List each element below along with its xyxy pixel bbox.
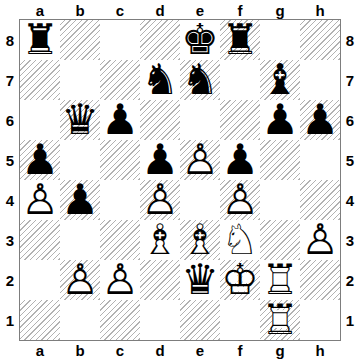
rank-label-3: 3 [0, 220, 20, 260]
square-h2[interactable] [300, 260, 340, 300]
square-b2[interactable]: ♟♙ [60, 260, 100, 300]
square-d3[interactable]: ♝♗ [140, 220, 180, 260]
file-labels-top: abcdefgh [20, 0, 340, 20]
piece-black-queen[interactable]: ♛ [180, 260, 220, 300]
square-h8[interactable] [300, 20, 340, 60]
square-c1[interactable] [100, 300, 140, 340]
rank-label-1: 1 [0, 300, 20, 340]
file-label-d: d [140, 340, 180, 360]
rank-label-5: 5 [0, 140, 20, 180]
piece-white-pawn[interactable]: ♟♙ [100, 260, 140, 300]
square-c3[interactable] [100, 220, 140, 260]
piece-glyph: ♜ [221, 19, 259, 61]
rank-label-8: 8 [0, 20, 20, 60]
piece-glyph: ♛ [181, 259, 219, 301]
square-b6[interactable]: ♛ [60, 100, 100, 140]
square-f4[interactable]: ♟♙ [220, 180, 260, 220]
rank-label-7: 7 [340, 60, 360, 100]
square-a6[interactable] [20, 100, 60, 140]
square-e5[interactable]: ♟♙ [180, 140, 220, 180]
square-g7[interactable]: ♝ [260, 60, 300, 100]
square-h5[interactable] [300, 140, 340, 180]
file-label-f: f [220, 340, 260, 360]
square-h3[interactable]: ♟♙ [300, 220, 340, 260]
piece-white-pawn[interactable]: ♟♙ [20, 180, 60, 220]
piece-glyph: ♟ [101, 99, 139, 141]
square-h6[interactable]: ♟ [300, 100, 340, 140]
square-g8[interactable] [260, 20, 300, 60]
file-label-h: h [300, 0, 340, 20]
piece-black-pawn[interactable]: ♟ [100, 100, 140, 140]
file-labels-bottom: abcdefgh [20, 340, 340, 360]
rank-label-3: 3 [340, 220, 360, 260]
square-d6[interactable] [140, 100, 180, 140]
square-f8[interactable]: ♜ [220, 20, 260, 60]
piece-glyph: ♟ [301, 99, 339, 141]
square-c7[interactable] [100, 60, 140, 100]
piece-glyph: ♖ [261, 299, 299, 341]
square-c8[interactable] [100, 20, 140, 60]
square-c6[interactable]: ♟ [100, 100, 140, 140]
piece-black-knight[interactable]: ♞ [180, 60, 220, 100]
piece-white-rook[interactable]: ♜♖ [260, 260, 300, 300]
square-b5[interactable] [60, 140, 100, 180]
square-b4[interactable]: ♟ [60, 180, 100, 220]
square-e8[interactable]: ♚ [180, 20, 220, 60]
square-f5[interactable]: ♟ [220, 140, 260, 180]
piece-glyph: ♗ [141, 219, 179, 261]
piece-white-bishop[interactable]: ♝♗ [180, 220, 220, 260]
square-a2[interactable] [20, 260, 60, 300]
rank-label-8: 8 [340, 20, 360, 60]
piece-glyph: ♙ [21, 179, 59, 221]
file-label-d: d [140, 0, 180, 20]
square-f3[interactable]: ♞♘ [220, 220, 260, 260]
file-label-b: b [60, 340, 100, 360]
piece-white-knight[interactable]: ♞♘ [220, 220, 260, 260]
square-f1[interactable] [220, 300, 260, 340]
square-e6[interactable] [180, 100, 220, 140]
square-d2[interactable] [140, 260, 180, 300]
rank-label-6: 6 [0, 100, 20, 140]
square-d1[interactable] [140, 300, 180, 340]
file-label-g: g [260, 340, 300, 360]
square-b8[interactable] [60, 20, 100, 60]
square-a4[interactable]: ♟♙ [20, 180, 60, 220]
file-label-c: c [100, 340, 140, 360]
square-a3[interactable] [20, 220, 60, 260]
file-label-c: c [100, 0, 140, 20]
rank-label-5: 5 [340, 140, 360, 180]
rank-label-7: 7 [0, 60, 20, 100]
piece-glyph: ♞ [181, 59, 219, 101]
rank-label-1: 1 [340, 300, 360, 340]
square-d8[interactable] [140, 20, 180, 60]
square-a7[interactable] [20, 60, 60, 100]
square-h4[interactable] [300, 180, 340, 220]
piece-black-rook[interactable]: ♜ [20, 20, 60, 60]
piece-glyph: ♜ [21, 19, 59, 61]
piece-black-pawn[interactable]: ♟ [20, 140, 60, 180]
piece-black-queen[interactable]: ♛ [60, 100, 100, 140]
square-b1[interactable] [60, 300, 100, 340]
rank-label-4: 4 [340, 180, 360, 220]
piece-white-pawn[interactable]: ♟♙ [180, 140, 220, 180]
file-label-g: g [260, 0, 300, 20]
piece-white-rook[interactable]: ♜♖ [260, 300, 300, 340]
piece-white-pawn[interactable]: ♟♙ [60, 260, 100, 300]
rank-label-2: 2 [340, 260, 360, 300]
square-a1[interactable] [20, 300, 60, 340]
file-label-e: e [180, 340, 220, 360]
chess-diagram: abcdefgh 87654321 ♜♚♜♞♞♝♛♟♟♟♟♟♟♙♟♟♙♟♟♙♟♙… [0, 0, 360, 360]
square-g2[interactable]: ♜♖ [260, 260, 300, 300]
square-e2[interactable]: ♛ [180, 260, 220, 300]
rank-labels-right: 87654321 [340, 20, 360, 340]
square-g3[interactable] [260, 220, 300, 260]
square-a8[interactable]: ♜ [20, 20, 60, 60]
piece-black-pawn[interactable]: ♟ [60, 180, 100, 220]
rank-label-4: 4 [0, 180, 20, 220]
piece-white-king[interactable]: ♚♔ [220, 260, 260, 300]
square-f7[interactable] [220, 60, 260, 100]
square-c4[interactable] [100, 180, 140, 220]
piece-white-pawn[interactable]: ♟♙ [220, 180, 260, 220]
square-d4[interactable]: ♟♙ [140, 180, 180, 220]
chessboard[interactable]: ♜♚♜♞♞♝♛♟♟♟♟♟♟♙♟♟♙♟♟♙♟♙♝♗♝♗♞♘♟♙♟♙♟♙♛♚♔♜♖♜… [20, 20, 340, 340]
square-a5[interactable]: ♟ [20, 140, 60, 180]
square-g6[interactable]: ♟ [260, 100, 300, 140]
rank-label-2: 2 [0, 260, 20, 300]
rank-labels-left: 87654321 [0, 20, 20, 340]
piece-white-pawn[interactable]: ♟♙ [300, 220, 340, 260]
piece-black-king[interactable]: ♚ [180, 20, 220, 60]
piece-black-knight[interactable]: ♞ [140, 60, 180, 100]
piece-black-pawn[interactable]: ♟ [220, 140, 260, 180]
piece-glyph: ♙ [61, 259, 99, 301]
square-g4[interactable] [260, 180, 300, 220]
file-label-b: b [60, 0, 100, 20]
square-d7[interactable]: ♞ [140, 60, 180, 100]
piece-black-bishop[interactable]: ♝ [260, 60, 300, 100]
square-e1[interactable] [180, 300, 220, 340]
piece-glyph: ♟ [261, 99, 299, 141]
square-e4[interactable] [180, 180, 220, 220]
square-h7[interactable] [300, 60, 340, 100]
square-c2[interactable]: ♟♙ [100, 260, 140, 300]
piece-white-pawn[interactable]: ♟♙ [140, 180, 180, 220]
file-label-h: h [300, 340, 340, 360]
square-e7[interactable]: ♞ [180, 60, 220, 100]
piece-black-pawn[interactable]: ♟ [140, 140, 180, 180]
square-g5[interactable] [260, 140, 300, 180]
square-d5[interactable]: ♟ [140, 140, 180, 180]
piece-white-bishop[interactable]: ♝♗ [140, 220, 180, 260]
piece-glyph: ♙ [101, 259, 139, 301]
square-f6[interactable] [220, 100, 260, 140]
piece-glyph: ♟ [61, 179, 99, 221]
rank-label-6: 6 [340, 100, 360, 140]
piece-glyph: ♞ [141, 59, 179, 101]
piece-glyph: ♛ [61, 99, 99, 141]
piece-black-pawn[interactable]: ♟ [260, 100, 300, 140]
piece-glyph: ♙ [301, 219, 339, 261]
piece-glyph: ♙ [181, 139, 219, 181]
file-label-a: a [20, 340, 60, 360]
square-c5[interactable] [100, 140, 140, 180]
square-b3[interactable] [60, 220, 100, 260]
square-h1[interactable] [300, 300, 340, 340]
square-f2[interactable]: ♚♔ [220, 260, 260, 300]
piece-black-pawn[interactable]: ♟ [300, 100, 340, 140]
square-g1[interactable]: ♜♖ [260, 300, 300, 340]
piece-glyph: ♔ [221, 259, 259, 301]
piece-black-rook[interactable]: ♜ [220, 20, 260, 60]
square-e3[interactable]: ♝♗ [180, 220, 220, 260]
square-b7[interactable] [60, 60, 100, 100]
